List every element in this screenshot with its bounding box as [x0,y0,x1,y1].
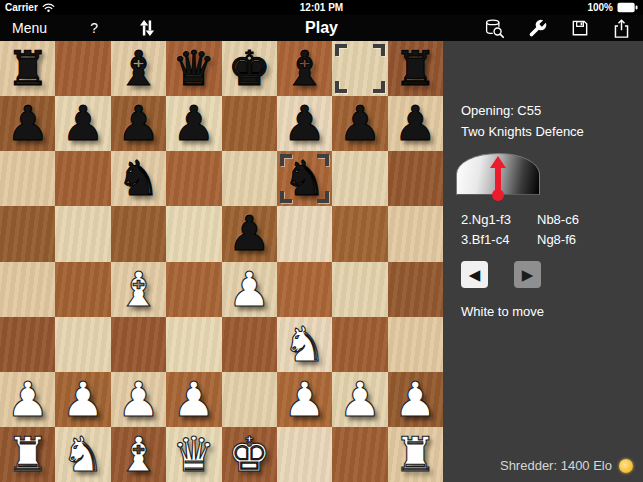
square-h5[interactable] [388,206,443,261]
square-d8[interactable]: ♛ [166,41,221,96]
position-setup-icon [484,18,505,39]
square-f4[interactable] [277,262,332,317]
square-c5[interactable] [111,206,166,261]
gauge-needle-head-icon [490,156,506,168]
highlight-corner-icon [317,191,329,203]
flip-board-button[interactable] [137,18,157,38]
black-bishop-c8: ♝ [117,41,160,96]
position-setup-button[interactable] [484,18,505,39]
black-pawn-d7: ♟ [172,96,215,151]
square-a6[interactable] [0,151,55,206]
square-h4[interactable] [388,262,443,317]
black-rook-h8: ♜ [394,41,437,96]
forward-move-button[interactable]: ▶ [514,261,541,288]
square-d2[interactable]: ♟ [166,372,221,427]
square-g4[interactable] [332,262,387,317]
white-pawn-e4: ♟ [228,262,271,317]
square-h1[interactable]: ♜ [388,427,443,482]
highlight-corner-icon [280,154,292,166]
square-c1[interactable]: ♝ [111,427,166,482]
status-bar: Carrier 12:01 PM 100% [0,0,643,15]
square-a1[interactable]: ♜ [0,427,55,482]
black-bishop-f8: ♝ [283,41,326,96]
opening-name: Two Knights Defence [461,124,643,139]
wifi-icon [42,2,55,13]
square-e2[interactable] [222,372,277,427]
menu-button[interactable]: Menu [12,20,47,36]
square-f1[interactable] [277,427,332,482]
square-a4[interactable] [0,262,55,317]
white-knight-f3: ♞ [283,317,326,372]
help-button[interactable]: ? [87,20,101,36]
square-e5[interactable]: ♟ [222,206,277,261]
square-d3[interactable] [166,317,221,372]
battery-icon [617,2,638,13]
highlight-corner-icon [280,191,292,203]
square-f8[interactable]: ♝ [277,41,332,96]
move-white-0: 2.Ng1-f3 [461,212,537,227]
square-h6[interactable] [388,151,443,206]
white-pawn-b2: ♟ [62,372,105,427]
square-g7[interactable]: ♟ [332,96,387,151]
save-icon [570,18,590,38]
square-h7[interactable]: ♟ [388,96,443,151]
battery-group: 100% [587,2,638,13]
square-e8[interactable]: ♚ [222,41,277,96]
black-pawn-b7: ♟ [62,96,105,151]
square-h2[interactable]: ♟ [388,372,443,427]
highlight-corner-icon [373,44,385,56]
square-e1[interactable]: ♚ [222,427,277,482]
square-c4[interactable]: ♝ [111,262,166,317]
square-a7[interactable]: ♟ [0,96,55,151]
square-f6[interactable]: ♞ [277,151,332,206]
square-f5[interactable] [277,206,332,261]
opening-code: Opening: C55 [461,103,643,118]
white-bishop-c4: ♝ [117,262,160,317]
square-c3[interactable] [111,317,166,372]
save-button[interactable] [570,18,590,38]
square-h8[interactable]: ♜ [388,41,443,96]
square-b1[interactable]: ♞ [55,427,110,482]
white-pawn-a2: ♟ [6,372,49,427]
square-g6[interactable] [332,151,387,206]
square-a5[interactable] [0,206,55,261]
clock: 12:01 PM [0,2,643,13]
main-content: ♜♝♛♚♝♜♟♟♟♟♟♟♟♞♞♟♝♟♞♟♟♟♟♟♟♟♜♞♝♛♚♜ Opening… [0,41,643,482]
square-c2[interactable]: ♟ [111,372,166,427]
gauge-needle-base-icon [492,189,504,201]
highlight-corner-icon [335,44,347,56]
app-screen: Carrier 12:01 PM 100% Menu ? [0,0,643,482]
white-king-e1: ♚ [228,427,271,482]
black-pawn-f7: ♟ [283,96,326,151]
white-rook-h1: ♜ [394,427,437,482]
square-b8[interactable] [55,41,110,96]
square-f2[interactable]: ♟ [277,372,332,427]
sun-strength-icon [619,459,633,473]
engine-label: Shredder: 1400 Elo [500,458,612,473]
white-queen-d1: ♛ [172,427,215,482]
square-g1[interactable] [332,427,387,482]
white-pawn-h2: ♟ [394,372,437,427]
up-down-arrows-icon [137,18,157,38]
move-white-1: 3.Bf1-c4 [461,232,537,247]
black-pawn-h7: ♟ [394,96,437,151]
black-knight-c6: ♞ [117,151,160,206]
white-rook-a1: ♜ [6,427,49,482]
turn-indicator: White to move [461,304,643,319]
square-d6[interactable] [166,151,221,206]
square-c6[interactable]: ♞ [111,151,166,206]
white-bishop-c1: ♝ [117,427,160,482]
black-rook-a8: ♜ [6,41,49,96]
share-icon [612,18,631,39]
square-f3[interactable]: ♞ [277,317,332,372]
tools-button[interactable] [527,18,548,39]
square-c7[interactable]: ♟ [111,96,166,151]
white-pawn-f2: ♟ [283,372,326,427]
white-pawn-g2: ♟ [338,372,381,427]
black-queen-d8: ♛ [172,41,215,96]
back-triangle-icon: ◀ [469,266,481,284]
black-king-e8: ♚ [228,41,271,96]
square-a2[interactable]: ♟ [0,372,55,427]
carrier-group: Carrier [5,2,55,13]
move-nav-buttons: ◀ ▶ [461,261,643,288]
highlight-corner-icon [317,154,329,166]
square-b6[interactable] [55,151,110,206]
engine-status: Shredder: 1400 Elo [500,458,633,473]
move-list: 2.Ng1-f3Nb8-c63.Bf1-c4Ng8-f6 [461,212,643,247]
wrench-icon [527,18,548,39]
nav-right-group [484,18,631,39]
move-black-1: Ng8-f6 [537,232,643,247]
sidebar: Opening: C55 Two Knights Defence 2.Ng1-f… [443,41,643,482]
square-b7[interactable]: ♟ [55,96,110,151]
share-button[interactable] [612,18,631,39]
back-move-button[interactable]: ◀ [461,261,488,288]
square-e3[interactable] [222,317,277,372]
square-g2[interactable]: ♟ [332,372,387,427]
square-b2[interactable]: ♟ [55,372,110,427]
square-g8[interactable] [332,41,387,96]
square-d7[interactable]: ♟ [166,96,221,151]
battery-percent: 100% [587,2,613,13]
square-e7[interactable] [222,96,277,151]
square-e6[interactable] [222,151,277,206]
white-pawn-c2: ♟ [117,372,160,427]
move-black-0: Nb8-c6 [537,212,643,227]
black-pawn-g7: ♟ [338,96,381,151]
square-a3[interactable] [0,317,55,372]
carrier-label: Carrier [5,2,38,13]
square-b3[interactable] [55,317,110,372]
square-d5[interactable] [166,206,221,261]
highlight-corner-icon [373,81,385,93]
chess-board: ♜♝♛♚♝♜♟♟♟♟♟♟♟♞♞♟♝♟♞♟♟♟♟♟♟♟♜♞♝♛♚♜ [0,41,443,482]
white-knight-b1: ♞ [62,427,105,482]
black-pawn-c7: ♟ [117,96,160,151]
square-g5[interactable] [332,206,387,261]
square-d1[interactable]: ♛ [166,427,221,482]
square-d4[interactable] [166,262,221,317]
nav-bar: Menu ? Play [0,15,643,41]
black-pawn-e5: ♟ [228,206,271,261]
square-g3[interactable] [332,317,387,372]
square-h3[interactable] [388,317,443,372]
square-f7[interactable]: ♟ [277,96,332,151]
square-c8[interactable]: ♝ [111,41,166,96]
black-pawn-a7: ♟ [6,96,49,151]
forward-triangle-icon: ▶ [522,266,534,284]
evaluation-gauge [456,153,540,200]
highlight-corner-icon [335,81,347,93]
square-b5[interactable] [55,206,110,261]
square-b4[interactable] [55,262,110,317]
white-pawn-d2: ♟ [172,372,215,427]
square-a8[interactable]: ♜ [0,41,55,96]
square-e4[interactable]: ♟ [222,262,277,317]
